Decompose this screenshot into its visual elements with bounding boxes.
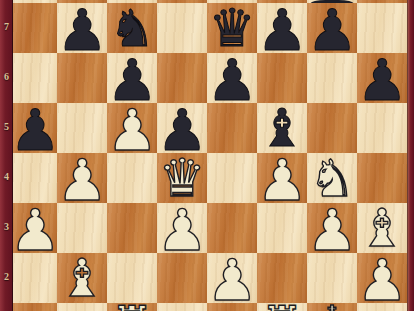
piece-white-rook[interactable]: ♜ <box>110 303 153 311</box>
square-a3[interactable]: ♟ <box>13 203 57 253</box>
square-f7[interactable]: ♟ <box>257 3 307 53</box>
rank-label-2: 2 <box>0 272 13 282</box>
square-h3[interactable]: ♝ <box>357 203 407 253</box>
piece-black-pawn[interactable]: ♟ <box>157 103 207 153</box>
piece-white-bishop[interactable]: ♝ <box>359 203 406 253</box>
piece-white-rook[interactable]: ♜ <box>260 303 303 311</box>
square-g5[interactable] <box>307 103 357 153</box>
piece-white-pawn[interactable]: ♟ <box>107 103 157 153</box>
square-h6[interactable]: ♟ <box>357 53 407 103</box>
piece-white-bishop[interactable]: ♝ <box>59 253 106 303</box>
square-c5[interactable]: ♟ <box>107 103 157 153</box>
square-h1[interactable] <box>357 303 407 311</box>
piece-black-queen[interactable]: ♛ <box>209 3 256 53</box>
square-c4[interactable] <box>107 153 157 203</box>
board-frame-left: 765432 <box>0 0 13 311</box>
square-h4[interactable] <box>357 153 407 203</box>
piece-black-pawn[interactable]: ♟ <box>13 103 57 153</box>
board-frame-right <box>407 0 414 311</box>
square-f5[interactable]: ♝ <box>257 103 307 153</box>
square-g2[interactable] <box>307 253 357 303</box>
square-g1[interactable]: ♚ <box>307 303 357 311</box>
square-g7[interactable]: ♟ <box>307 3 357 53</box>
rank-label-4: 4 <box>0 172 13 182</box>
piece-white-pawn[interactable]: ♟ <box>257 153 307 203</box>
piece-white-knight[interactable]: ♞ <box>309 153 355 203</box>
piece-white-king[interactable]: ♚ <box>309 303 356 311</box>
square-b4[interactable]: ♟ <box>57 153 107 203</box>
piece-white-pawn[interactable]: ♟ <box>307 203 357 253</box>
square-b2[interactable]: ♝ <box>57 253 107 303</box>
square-f3[interactable] <box>257 203 307 253</box>
square-a4[interactable] <box>13 153 57 203</box>
square-h5[interactable] <box>357 103 407 153</box>
square-e6[interactable]: ♟ <box>207 53 257 103</box>
square-b3[interactable] <box>57 203 107 253</box>
piece-black-pawn[interactable]: ♟ <box>357 53 407 103</box>
square-d2[interactable] <box>157 253 207 303</box>
square-d1[interactable] <box>157 303 207 311</box>
square-a7[interactable] <box>13 3 57 53</box>
square-c1[interactable]: ♜ <box>107 303 157 311</box>
square-d5[interactable]: ♟ <box>157 103 207 153</box>
piece-white-pawn[interactable]: ♟ <box>357 253 407 303</box>
square-e7[interactable]: ♛ <box>207 3 257 53</box>
square-b6[interactable] <box>57 53 107 103</box>
square-g4[interactable]: ♞ <box>307 153 357 203</box>
square-e3[interactable] <box>207 203 257 253</box>
square-e1[interactable] <box>207 303 257 311</box>
rank-label-3: 3 <box>0 222 13 232</box>
square-b1[interactable] <box>57 303 107 311</box>
square-b7[interactable]: ♟ <box>57 3 107 53</box>
piece-black-pawn[interactable]: ♟ <box>107 53 157 103</box>
square-h7[interactable] <box>357 3 407 53</box>
rank-label-6: 6 <box>0 72 13 82</box>
square-f1[interactable]: ♜ <box>257 303 307 311</box>
square-e5[interactable] <box>207 103 257 153</box>
piece-black-pawn[interactable]: ♟ <box>207 53 257 103</box>
rank-label-7: 7 <box>0 22 13 32</box>
piece-white-pawn[interactable]: ♟ <box>13 203 57 253</box>
square-a1[interactable] <box>13 303 57 311</box>
square-h2[interactable]: ♟ <box>357 253 407 303</box>
square-d3[interactable]: ♟ <box>157 203 207 253</box>
piece-white-pawn[interactable]: ♟ <box>207 253 257 303</box>
square-c2[interactable] <box>107 253 157 303</box>
square-e4[interactable] <box>207 153 257 203</box>
chess-board: ♟♞♛♟♟♟♟♟♟♟♟♝♟♛♟♞♟♟♟♝♝♟♟♜♜♚ <box>13 0 407 311</box>
chess-app: 765432 ♟♞♛♟♟♟♟♟♟♟♟♝♟♛♟♞♟♟♟♝♝♟♟♜♜♚ <box>0 0 414 311</box>
square-g6[interactable] <box>307 53 357 103</box>
piece-black-pawn[interactable]: ♟ <box>307 3 357 53</box>
square-b5[interactable] <box>57 103 107 153</box>
square-a5[interactable]: ♟ <box>13 103 57 153</box>
piece-black-knight[interactable]: ♞ <box>109 3 155 53</box>
rank-label-5: 5 <box>0 122 13 132</box>
square-d4[interactable]: ♛ <box>157 153 207 203</box>
square-g3[interactable]: ♟ <box>307 203 357 253</box>
square-a6[interactable] <box>13 53 57 103</box>
square-f2[interactable] <box>257 253 307 303</box>
square-d7[interactable] <box>157 3 207 53</box>
square-e2[interactable]: ♟ <box>207 253 257 303</box>
piece-black-pawn[interactable]: ♟ <box>57 3 107 53</box>
square-d6[interactable] <box>157 53 207 103</box>
square-f4[interactable]: ♟ <box>257 153 307 203</box>
square-f6[interactable] <box>257 53 307 103</box>
piece-white-queen[interactable]: ♛ <box>159 153 206 203</box>
piece-black-bishop[interactable]: ♝ <box>259 103 306 153</box>
square-a2[interactable] <box>13 253 57 303</box>
piece-white-pawn[interactable]: ♟ <box>57 153 107 203</box>
piece-black-pawn[interactable]: ♟ <box>257 3 307 53</box>
square-c7[interactable]: ♞ <box>107 3 157 53</box>
square-c6[interactable]: ♟ <box>107 53 157 103</box>
square-c3[interactable] <box>107 203 157 253</box>
piece-white-pawn[interactable]: ♟ <box>157 203 207 253</box>
